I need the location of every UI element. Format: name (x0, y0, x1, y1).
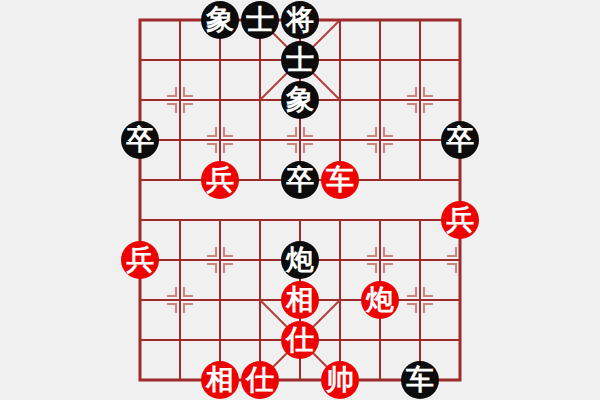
piece-black-pawn[interactable]: 卒 (441, 121, 479, 159)
piece-red-advisor[interactable]: 仕 (281, 321, 319, 359)
piece-red-elephant[interactable]: 相 (281, 281, 319, 319)
piece-black-elephant[interactable]: 象 (201, 1, 239, 39)
piece-black-general[interactable]: 将 (281, 1, 319, 39)
piece-black-cannon[interactable]: 炮 (281, 241, 319, 279)
piece-red-pawn[interactable]: 兵 (121, 241, 159, 279)
piece-red-pawn[interactable]: 兵 (201, 161, 239, 199)
piece-red-general[interactable]: 帅 (321, 361, 359, 399)
piece-red-advisor[interactable]: 仕 (241, 361, 279, 399)
piece-red-pawn[interactable]: 兵 (441, 201, 479, 239)
xiangqi-board[interactable]: 象士将士象卒卒兵卒车兵兵炮相炮仕相仕帅车 (120, 0, 480, 400)
piece-black-advisor[interactable]: 士 (281, 41, 319, 79)
piece-black-pawn[interactable]: 卒 (281, 161, 319, 199)
piece-red-elephant[interactable]: 相 (201, 361, 239, 399)
xiangqi-app: 象士将士象卒卒兵卒车兵兵炮相炮仕相仕帅车 (0, 0, 600, 400)
piece-black-elephant[interactable]: 象 (281, 81, 319, 119)
piece-black-pawn[interactable]: 卒 (121, 121, 159, 159)
piece-black-chariot[interactable]: 车 (401, 361, 439, 399)
piece-red-cannon[interactable]: 炮 (361, 281, 399, 319)
piece-black-advisor[interactable]: 士 (241, 1, 279, 39)
piece-red-chariot[interactable]: 车 (321, 161, 359, 199)
